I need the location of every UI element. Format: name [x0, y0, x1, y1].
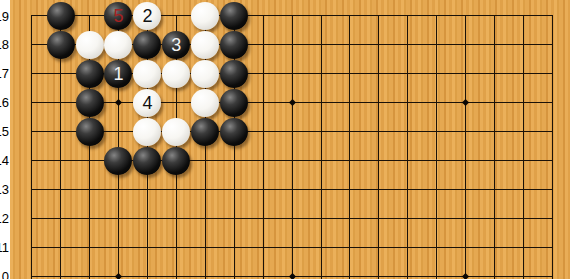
intersection-E11[interactable] [133, 233, 162, 262]
white-stone-E19[interactable]: 2 [133, 2, 161, 30]
star-point [462, 273, 469, 279]
intersection-E19[interactable]: 2 [133, 2, 162, 31]
intersection-Q18[interactable] [451, 30, 480, 59]
black-stone-D14[interactable] [104, 147, 132, 175]
black-stone-H18[interactable] [220, 31, 248, 59]
move-number-2: 2 [142, 7, 152, 25]
intersection-O19[interactable] [393, 2, 422, 31]
intersection-Q10[interactable] [451, 262, 480, 279]
intersection-K14[interactable] [278, 146, 307, 175]
intersection-T13[interactable] [538, 175, 567, 204]
intersection-T17[interactable] [538, 59, 567, 88]
intersection-C11[interactable] [75, 233, 104, 262]
intersection-R17[interactable] [480, 59, 509, 88]
intersection-B14[interactable] [46, 146, 75, 175]
intersection-R15[interactable] [480, 117, 509, 146]
intersection-H18[interactable] [220, 30, 249, 59]
black-stone-D17[interactable]: 1 [104, 60, 132, 88]
intersection-L18[interactable] [307, 30, 336, 59]
row-label-17: 17 [0, 66, 9, 81]
black-stone-C17[interactable] [76, 60, 104, 88]
row-label-16: 16 [0, 95, 9, 110]
intersection-Q17[interactable] [451, 59, 480, 88]
intersection-T15[interactable] [538, 117, 567, 146]
intersection-F10[interactable] [162, 262, 191, 279]
white-stone-E15[interactable] [133, 118, 161, 146]
intersection-A15[interactable] [17, 117, 46, 146]
intersection-E12[interactable] [133, 204, 162, 233]
intersection-A12[interactable] [17, 204, 46, 233]
intersection-H14[interactable] [220, 146, 249, 175]
intersection-H15[interactable] [220, 117, 249, 146]
intersection-L17[interactable] [307, 59, 336, 88]
white-stone-G17[interactable] [191, 60, 219, 88]
row-label-15: 15 [0, 124, 9, 139]
intersection-E13[interactable] [133, 175, 162, 204]
intersection-O16[interactable] [393, 88, 422, 117]
intersection-G18[interactable] [191, 30, 220, 59]
white-stone-F17[interactable] [162, 60, 190, 88]
intersection-D17[interactable]: 1 [104, 59, 133, 88]
intersection-S12[interactable] [509, 204, 538, 233]
star-point [289, 273, 296, 279]
intersection-D10[interactable] [104, 262, 133, 279]
black-stone-B19[interactable] [47, 2, 75, 30]
black-stone-F18[interactable]: 3 [162, 31, 190, 59]
intersection-G12[interactable] [191, 204, 220, 233]
intersection-M19[interactable] [336, 2, 365, 31]
intersection-T11[interactable] [538, 233, 567, 262]
black-stone-E14[interactable] [133, 147, 161, 175]
black-stone-E18[interactable] [133, 31, 161, 59]
intersection-M13[interactable] [336, 175, 365, 204]
intersection-J12[interactable] [249, 204, 278, 233]
intersection-B15[interactable] [46, 117, 75, 146]
intersection-H19[interactable] [220, 2, 249, 31]
intersection-B19[interactable] [46, 2, 75, 31]
go-grid: 52314 [17, 2, 567, 279]
intersection-R19[interactable] [480, 2, 509, 31]
intersection-O14[interactable] [393, 146, 422, 175]
intersection-E18[interactable] [133, 30, 162, 59]
intersection-J14[interactable] [249, 146, 278, 175]
intersection-C15[interactable] [75, 117, 104, 146]
row-label-12: 12 [0, 211, 9, 226]
intersection-F15[interactable] [162, 117, 191, 146]
intersection-J18[interactable] [249, 30, 278, 59]
intersection-L16[interactable] [307, 88, 336, 117]
intersection-P15[interactable] [422, 117, 451, 146]
intersection-F13[interactable] [162, 175, 191, 204]
intersection-B11[interactable] [46, 233, 75, 262]
intersection-L10[interactable] [307, 262, 336, 279]
intersection-R18[interactable] [480, 30, 509, 59]
intersection-D13[interactable] [104, 175, 133, 204]
intersection-O11[interactable] [393, 233, 422, 262]
intersection-N18[interactable] [364, 30, 393, 59]
row-label-13: 13 [0, 182, 9, 197]
intersection-F12[interactable] [162, 204, 191, 233]
intersection-K18[interactable] [278, 30, 307, 59]
intersection-G14[interactable] [191, 146, 220, 175]
intersection-G16[interactable] [191, 88, 220, 117]
intersection-F17[interactable] [162, 59, 191, 88]
intersection-M18[interactable] [336, 30, 365, 59]
white-stone-D18[interactable] [104, 31, 132, 59]
intersection-H12[interactable] [220, 204, 249, 233]
row-label-10: 10 [0, 269, 9, 279]
intersection-H11[interactable] [220, 233, 249, 262]
intersection-D14[interactable] [104, 146, 133, 175]
intersection-L15[interactable] [307, 117, 336, 146]
intersection-B18[interactable] [46, 30, 75, 59]
intersection-B17[interactable] [46, 59, 75, 88]
intersection-G10[interactable] [191, 262, 220, 279]
intersection-E15[interactable] [133, 117, 162, 146]
intersection-T10[interactable] [538, 262, 567, 279]
intersection-P17[interactable] [422, 59, 451, 88]
intersection-C17[interactable] [75, 59, 104, 88]
intersection-Q16[interactable] [451, 88, 480, 117]
black-stone-H16[interactable] [220, 89, 248, 117]
intersection-M16[interactable] [336, 88, 365, 117]
intersection-N19[interactable] [364, 2, 393, 31]
intersection-B16[interactable] [46, 88, 75, 117]
black-stone-G15[interactable] [191, 118, 219, 146]
intersection-F18[interactable]: 3 [162, 30, 191, 59]
intersection-E10[interactable] [133, 262, 162, 279]
intersection-M17[interactable] [336, 59, 365, 88]
intersection-L19[interactable] [307, 2, 336, 31]
intersection-M15[interactable] [336, 117, 365, 146]
intersection-G11[interactable] [191, 233, 220, 262]
intersection-Q15[interactable] [451, 117, 480, 146]
intersection-F16[interactable] [162, 88, 191, 117]
intersection-C12[interactable] [75, 204, 104, 233]
intersection-N16[interactable] [364, 88, 393, 117]
star-point [289, 99, 296, 106]
intersection-M14[interactable] [336, 146, 365, 175]
white-stone-E17[interactable] [133, 60, 161, 88]
intersection-T16[interactable] [538, 88, 567, 117]
intersection-M10[interactable] [336, 262, 365, 279]
intersection-R11[interactable] [480, 233, 509, 262]
star-point [115, 99, 122, 106]
intersection-N14[interactable] [364, 146, 393, 175]
intersection-J17[interactable] [249, 59, 278, 88]
intersection-K13[interactable] [278, 175, 307, 204]
intersection-O18[interactable] [393, 30, 422, 59]
intersection-P13[interactable] [422, 175, 451, 204]
white-stone-G16[interactable] [191, 89, 219, 117]
intersection-P16[interactable] [422, 88, 451, 117]
intersection-K19[interactable] [278, 2, 307, 31]
intersection-O15[interactable] [393, 117, 422, 146]
intersection-B13[interactable] [46, 175, 75, 204]
intersection-C16[interactable] [75, 88, 104, 117]
row-label-19: 19 [0, 9, 9, 24]
intersection-K10[interactable] [278, 262, 307, 279]
intersection-C19[interactable] [75, 2, 104, 31]
intersection-K15[interactable] [278, 117, 307, 146]
intersection-Q14[interactable] [451, 146, 480, 175]
intersection-S17[interactable] [509, 59, 538, 88]
intersection-R13[interactable] [480, 175, 509, 204]
black-stone-H17[interactable] [220, 60, 248, 88]
intersection-R14[interactable] [480, 146, 509, 175]
intersection-S10[interactable] [509, 262, 538, 279]
row-label-14: 14 [0, 153, 9, 168]
intersection-H10[interactable] [220, 262, 249, 279]
intersection-S13[interactable] [509, 175, 538, 204]
intersection-A13[interactable] [17, 175, 46, 204]
move-number-3: 3 [171, 36, 181, 54]
intersection-P18[interactable] [422, 30, 451, 59]
intersection-M11[interactable] [336, 233, 365, 262]
star-point [115, 273, 122, 279]
go-board-diagram: 52314 19181716151413121110 [0, 0, 570, 279]
row-label-gutter: 19181716151413121110 [0, 0, 10, 279]
intersection-D16[interactable] [104, 88, 133, 117]
intersection-A17[interactable] [17, 59, 46, 88]
intersection-Q12[interactable] [451, 204, 480, 233]
intersection-E16[interactable]: 4 [133, 88, 162, 117]
white-stone-G19[interactable] [191, 2, 219, 30]
intersection-P14[interactable] [422, 146, 451, 175]
intersection-D19[interactable]: 5 [104, 2, 133, 31]
intersection-P11[interactable] [422, 233, 451, 262]
intersection-F14[interactable] [162, 146, 191, 175]
intersection-C18[interactable] [75, 30, 104, 59]
white-stone-E16[interactable]: 4 [133, 89, 161, 117]
intersection-J11[interactable] [249, 233, 278, 262]
intersection-J15[interactable] [249, 117, 278, 146]
intersection-H17[interactable] [220, 59, 249, 88]
intersection-B12[interactable] [46, 204, 75, 233]
intersection-R16[interactable] [480, 88, 509, 117]
intersection-N17[interactable] [364, 59, 393, 88]
intersection-T18[interactable] [538, 30, 567, 59]
intersection-N10[interactable] [364, 262, 393, 279]
intersection-A19[interactable] [17, 2, 46, 31]
intersection-H13[interactable] [220, 175, 249, 204]
intersection-E14[interactable] [133, 146, 162, 175]
black-stone-C16[interactable] [76, 89, 104, 117]
intersection-C13[interactable] [75, 175, 104, 204]
white-stone-C18[interactable] [76, 31, 104, 59]
intersection-E17[interactable] [133, 59, 162, 88]
intersection-A18[interactable] [17, 30, 46, 59]
black-stone-H15[interactable] [220, 118, 248, 146]
black-stone-B18[interactable] [47, 31, 75, 59]
white-stone-F15[interactable] [162, 118, 190, 146]
intersection-T12[interactable] [538, 204, 567, 233]
intersection-P12[interactable] [422, 204, 451, 233]
intersection-J10[interactable] [249, 262, 278, 279]
intersection-R12[interactable] [480, 204, 509, 233]
black-stone-D19[interactable]: 5 [104, 2, 132, 30]
intersection-O10[interactable] [393, 262, 422, 279]
intersection-D15[interactable] [104, 117, 133, 146]
intersection-F11[interactable] [162, 233, 191, 262]
intersection-D11[interactable] [104, 233, 133, 262]
intersection-S16[interactable] [509, 88, 538, 117]
intersection-G15[interactable] [191, 117, 220, 146]
intersection-S19[interactable] [509, 2, 538, 31]
intersection-N15[interactable] [364, 117, 393, 146]
black-stone-C15[interactable] [76, 118, 104, 146]
intersection-R10[interactable] [480, 262, 509, 279]
intersection-L13[interactable] [307, 175, 336, 204]
intersection-O17[interactable] [393, 59, 422, 88]
intersection-G17[interactable] [191, 59, 220, 88]
move-number-4: 4 [142, 94, 152, 112]
intersection-O12[interactable] [393, 204, 422, 233]
row-label-18: 18 [0, 37, 9, 52]
row-label-11: 11 [0, 240, 9, 255]
black-stone-F14[interactable] [162, 147, 190, 175]
intersection-A16[interactable] [17, 88, 46, 117]
intersection-S18[interactable] [509, 30, 538, 59]
intersection-H16[interactable] [220, 88, 249, 117]
intersection-S11[interactable] [509, 233, 538, 262]
move-number-5: 5 [113, 7, 123, 25]
intersection-C14[interactable] [75, 146, 104, 175]
black-stone-H19[interactable] [220, 2, 248, 30]
intersection-G19[interactable] [191, 2, 220, 31]
intersection-O13[interactable] [393, 175, 422, 204]
intersection-K16[interactable] [278, 88, 307, 117]
intersection-K12[interactable] [278, 204, 307, 233]
intersection-Q11[interactable] [451, 233, 480, 262]
intersection-K17[interactable] [278, 59, 307, 88]
intersection-L12[interactable] [307, 204, 336, 233]
intersection-A11[interactable] [17, 233, 46, 262]
intersection-Q19[interactable] [451, 2, 480, 31]
intersection-G13[interactable] [191, 175, 220, 204]
intersection-N13[interactable] [364, 175, 393, 204]
intersection-A14[interactable] [17, 146, 46, 175]
white-stone-G18[interactable] [191, 31, 219, 59]
intersection-L14[interactable] [307, 146, 336, 175]
intersection-N12[interactable] [364, 204, 393, 233]
intersection-Q13[interactable] [451, 175, 480, 204]
intersection-F19[interactable] [162, 2, 191, 31]
intersection-P10[interactable] [422, 262, 451, 279]
intersection-A10[interactable] [17, 262, 46, 279]
intersection-J19[interactable] [249, 2, 278, 31]
intersection-D12[interactable] [104, 204, 133, 233]
star-point [462, 99, 469, 106]
intersection-J16[interactable] [249, 88, 278, 117]
intersection-K11[interactable] [278, 233, 307, 262]
intersection-L11[interactable] [307, 233, 336, 262]
intersection-B10[interactable] [46, 262, 75, 279]
intersection-D18[interactable] [104, 30, 133, 59]
intersection-N11[interactable] [364, 233, 393, 262]
intersection-M12[interactable] [336, 204, 365, 233]
intersection-C10[interactable] [75, 262, 104, 279]
intersection-S14[interactable] [509, 146, 538, 175]
intersection-T19[interactable] [538, 2, 567, 31]
intersection-P19[interactable] [422, 2, 451, 31]
intersection-T14[interactable] [538, 146, 567, 175]
move-number-1: 1 [113, 65, 123, 83]
intersection-S15[interactable] [509, 117, 538, 146]
intersection-J13[interactable] [249, 175, 278, 204]
